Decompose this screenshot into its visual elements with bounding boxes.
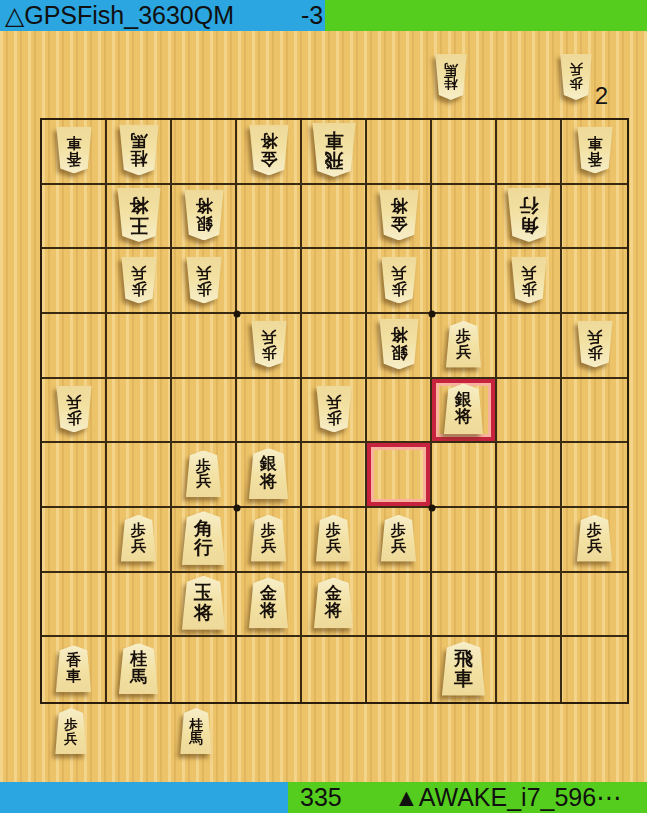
board-cell-9i[interactable]: 香車 xyxy=(42,637,107,702)
piece-tile: 桂馬 xyxy=(119,125,159,176)
board-cell-7e[interactable] xyxy=(172,379,237,444)
hoshi-star-point xyxy=(429,505,436,512)
gote-piece-角行: 角行 xyxy=(507,188,551,242)
gote-piece-歩兵: 歩兵 xyxy=(560,54,592,100)
gote-hand-歩兵[interactable]: 歩兵2 xyxy=(560,54,592,100)
piece-tile: 角行 xyxy=(507,188,551,242)
piece-tile: 飛車 xyxy=(312,123,356,177)
hoshi-star-point xyxy=(429,311,436,318)
gote-piece-香車: 香車 xyxy=(577,127,613,174)
piece-tile: 金将 xyxy=(379,189,419,240)
sente-piece-銀将: 銀将 xyxy=(444,383,484,434)
sente-piece-歩兵: 歩兵 xyxy=(121,515,157,562)
gote-hand-桂馬[interactable]: 桂馬 xyxy=(435,54,467,100)
gote-piece-歩兵: 歩兵 xyxy=(186,256,222,303)
board-cell-7b[interactable]: 銀将 xyxy=(172,185,237,250)
piece-tile: 金将 xyxy=(249,577,289,628)
board-cell-8e[interactable] xyxy=(107,379,172,444)
sente-piece-桂馬: 桂馬 xyxy=(119,643,159,694)
board-cell-9c[interactable] xyxy=(42,249,107,314)
piece-tile: 歩兵 xyxy=(511,256,547,303)
board-cell-9a[interactable]: 香車 xyxy=(42,120,107,185)
gote-piece-王将: 王将 xyxy=(117,188,161,242)
bottom-cyan-strip xyxy=(0,782,288,813)
board-cell-1h[interactable] xyxy=(562,573,627,638)
sente-hand-tray: 歩兵桂馬 xyxy=(55,708,212,754)
board-cell-7f[interactable]: 歩兵 xyxy=(172,443,237,508)
piece-tile: 歩兵 xyxy=(560,54,592,100)
gote-piece-銀将: 銀将 xyxy=(184,189,224,240)
piece-tile: 銀将 xyxy=(249,448,289,499)
piece-tile: 歩兵 xyxy=(381,256,417,303)
sente-piece-飛車: 飛車 xyxy=(442,641,486,695)
sente-piece-歩兵: 歩兵 xyxy=(251,515,287,562)
board-cell-1e[interactable] xyxy=(562,379,627,444)
piece-tile: 王将 xyxy=(117,188,161,242)
board-cell-5b[interactable] xyxy=(302,185,367,250)
gote-piece-桂馬: 桂馬 xyxy=(435,54,467,100)
board-cell-8g[interactable]: 歩兵 xyxy=(107,508,172,573)
gote-piece-歩兵: 歩兵 xyxy=(121,256,157,303)
piece-tile: 歩兵 xyxy=(577,515,613,562)
board-cell-4d[interactable]: 銀将 xyxy=(367,314,432,379)
piece-tile: 歩兵 xyxy=(55,708,87,754)
board-cell-4a[interactable] xyxy=(367,120,432,185)
board-cell-1b[interactable] xyxy=(562,185,627,250)
board-cell-1f[interactable] xyxy=(562,443,627,508)
board-cell-6f[interactable]: 銀将 xyxy=(237,443,302,508)
gote-piece-歩兵: 歩兵 xyxy=(577,321,613,368)
gote-hand-tray: 桂馬歩兵2 xyxy=(435,54,592,100)
board-cell-4f[interactable] xyxy=(367,443,432,508)
board-cell-2e[interactable] xyxy=(497,379,562,444)
board-cell-6d[interactable]: 歩兵 xyxy=(237,314,302,379)
piece-tile: 銀将 xyxy=(184,189,224,240)
shogi-board: 香車桂馬金将飛車香車王将銀将金将角行歩兵歩兵歩兵歩兵歩兵銀将歩兵歩兵歩兵歩兵銀将… xyxy=(40,118,629,704)
piece-tile: 歩兵 xyxy=(121,515,157,562)
board-cell-8a[interactable]: 桂馬 xyxy=(107,120,172,185)
board-cell-2a[interactable] xyxy=(497,120,562,185)
gote-piece-歩兵: 歩兵 xyxy=(251,321,287,368)
board-cell-5c[interactable] xyxy=(302,249,367,314)
gote-piece-歩兵: 歩兵 xyxy=(381,256,417,303)
move-number: 335 xyxy=(300,783,342,812)
board-cell-4i[interactable] xyxy=(367,637,432,702)
board-cell-5g[interactable]: 歩兵 xyxy=(302,508,367,573)
board-cell-8f[interactable] xyxy=(107,443,172,508)
gote-piece-歩兵: 歩兵 xyxy=(511,256,547,303)
sente-player-label: ▲AWAKE_i7_596⋯ xyxy=(394,783,621,812)
hand-piece-count: 2 xyxy=(595,82,608,110)
piece-tile: 歩兵 xyxy=(577,321,613,368)
gote-piece-桂馬: 桂馬 xyxy=(119,125,159,176)
piece-tile: 玉将 xyxy=(182,576,226,630)
sente-piece-金将: 金将 xyxy=(314,577,354,628)
board-cell-6e[interactable] xyxy=(237,379,302,444)
board-cell-3a[interactable] xyxy=(432,120,497,185)
piece-tile: 金将 xyxy=(314,577,354,628)
hoshi-star-point xyxy=(234,311,241,318)
board-cell-8h[interactable] xyxy=(107,573,172,638)
sente-piece-歩兵: 歩兵 xyxy=(446,321,482,368)
sente-piece-玉将: 玉将 xyxy=(182,576,226,630)
board-cell-2f[interactable] xyxy=(497,443,562,508)
board-cell-6a[interactable]: 金将 xyxy=(237,120,302,185)
gote-piece-銀将: 銀将 xyxy=(379,319,419,370)
sente-piece-歩兵: 歩兵 xyxy=(316,515,352,562)
board-cell-9h[interactable] xyxy=(42,573,107,638)
piece-tile: 桂馬 xyxy=(435,54,467,100)
sente-piece-歩兵: 歩兵 xyxy=(381,515,417,562)
gote-piece-歩兵: 歩兵 xyxy=(316,386,352,433)
bottom-status-bar: 335 ▲AWAKE_i7_596⋯ xyxy=(0,782,647,813)
board-cell-1g[interactable]: 歩兵 xyxy=(562,508,627,573)
piece-tile: 歩兵 xyxy=(381,515,417,562)
board-cell-6h[interactable]: 金将 xyxy=(237,573,302,638)
gote-piece-金将: 金将 xyxy=(249,125,289,176)
board-cell-4c[interactable]: 歩兵 xyxy=(367,249,432,314)
board-cell-7g[interactable]: 角行 xyxy=(172,508,237,573)
board-cell-7c[interactable]: 歩兵 xyxy=(172,249,237,314)
board-cell-6c[interactable] xyxy=(237,249,302,314)
piece-tile: 歩兵 xyxy=(251,515,287,562)
board-cell-5e[interactable]: 歩兵 xyxy=(302,379,367,444)
sente-piece-角行: 角行 xyxy=(182,511,226,565)
piece-tile: 歩兵 xyxy=(316,386,352,433)
board-cell-3g[interactable] xyxy=(432,508,497,573)
board-cell-5f[interactable] xyxy=(302,443,367,508)
gote-piece-金将: 金将 xyxy=(379,189,419,240)
board-cell-3c[interactable] xyxy=(432,249,497,314)
sente-hand-歩兵[interactable]: 歩兵 xyxy=(55,708,87,754)
board-cell-2b[interactable]: 角行 xyxy=(497,185,562,250)
piece-tile: 桂馬 xyxy=(180,708,212,754)
board-cell-4g[interactable]: 歩兵 xyxy=(367,508,432,573)
board-cell-2i[interactable] xyxy=(497,637,562,702)
piece-tile: 金将 xyxy=(249,125,289,176)
board-cell-8d[interactable] xyxy=(107,314,172,379)
piece-tile: 角行 xyxy=(182,511,226,565)
gote-piece-歩兵: 歩兵 xyxy=(56,386,92,433)
sente-piece-香車: 香車 xyxy=(56,645,92,692)
piece-tile: 飛車 xyxy=(442,641,486,695)
gote-piece-飛車: 飛車 xyxy=(312,123,356,177)
board-cell-1d[interactable]: 歩兵 xyxy=(562,314,627,379)
sente-piece-歩兵: 歩兵 xyxy=(577,515,613,562)
board-cell-9b[interactable] xyxy=(42,185,107,250)
board-cell-3e[interactable]: 銀将 xyxy=(432,379,497,444)
board-cell-3i[interactable]: 飛車 xyxy=(432,637,497,702)
board-cell-5i[interactable] xyxy=(302,637,367,702)
piece-tile: 歩兵 xyxy=(251,321,287,368)
board-cell-7i[interactable] xyxy=(172,637,237,702)
board-cell-5a[interactable]: 飛車 xyxy=(302,120,367,185)
board-cell-6g[interactable]: 歩兵 xyxy=(237,508,302,573)
board-cell-9g[interactable] xyxy=(42,508,107,573)
board-cell-4h[interactable] xyxy=(367,573,432,638)
board-cell-8i[interactable]: 桂馬 xyxy=(107,637,172,702)
board-cell-5d[interactable] xyxy=(302,314,367,379)
sente-piece-桂馬: 桂馬 xyxy=(180,708,212,754)
board-cell-3d[interactable]: 歩兵 xyxy=(432,314,497,379)
board-cell-4e[interactable] xyxy=(367,379,432,444)
board-cell-6b[interactable] xyxy=(237,185,302,250)
board-cell-2g[interactable] xyxy=(497,508,562,573)
piece-tile: 歩兵 xyxy=(446,321,482,368)
piece-tile: 銀将 xyxy=(379,319,419,370)
board-cell-1c[interactable] xyxy=(562,249,627,314)
piece-tile: 香車 xyxy=(577,127,613,174)
top-status-bar: △GPSFish_3630QM -3 xyxy=(0,0,647,31)
sente-piece-歩兵: 歩兵 xyxy=(186,450,222,497)
board-cell-8c[interactable]: 歩兵 xyxy=(107,249,172,314)
board-cell-7a[interactable] xyxy=(172,120,237,185)
board-cell-1a[interactable]: 香車 xyxy=(562,120,627,185)
board-cell-2c[interactable]: 歩兵 xyxy=(497,249,562,314)
board-cell-5h[interactable]: 金将 xyxy=(302,573,367,638)
sente-piece-銀将: 銀将 xyxy=(249,448,289,499)
piece-tile: 香車 xyxy=(56,645,92,692)
top-green-strip xyxy=(325,0,647,31)
piece-tile: 香車 xyxy=(56,127,92,174)
piece-tile: 歩兵 xyxy=(186,256,222,303)
gote-player-label: △GPSFish_3630QM xyxy=(5,1,234,30)
board-cell-8b[interactable]: 王将 xyxy=(107,185,172,250)
piece-tile: 歩兵 xyxy=(56,386,92,433)
board-cell-3b[interactable] xyxy=(432,185,497,250)
board-cell-3f[interactable] xyxy=(432,443,497,508)
hoshi-star-point xyxy=(234,505,241,512)
piece-tile: 銀将 xyxy=(444,383,484,434)
piece-tile: 歩兵 xyxy=(121,256,157,303)
gote-eval-score: -3 xyxy=(301,1,323,30)
sente-piece-歩兵: 歩兵 xyxy=(55,708,87,754)
board-cell-1i[interactable] xyxy=(562,637,627,702)
board-cell-9d[interactable] xyxy=(42,314,107,379)
piece-tile: 歩兵 xyxy=(316,515,352,562)
piece-tile: 歩兵 xyxy=(186,450,222,497)
board-cell-2d[interactable] xyxy=(497,314,562,379)
board-cell-6i[interactable] xyxy=(237,637,302,702)
board-cell-7h[interactable]: 玉将 xyxy=(172,573,237,638)
board-cell-3h[interactable] xyxy=(432,573,497,638)
board-cell-2h[interactable] xyxy=(497,573,562,638)
sente-hand-桂馬[interactable]: 桂馬 xyxy=(180,708,212,754)
sente-piece-金将: 金将 xyxy=(249,577,289,628)
board-cell-9e[interactable]: 歩兵 xyxy=(42,379,107,444)
board-cell-4b[interactable]: 金将 xyxy=(367,185,432,250)
piece-tile: 桂馬 xyxy=(119,643,159,694)
gote-piece-香車: 香車 xyxy=(56,127,92,174)
board-cell-9f[interactable] xyxy=(42,443,107,508)
board-cell-7d[interactable] xyxy=(172,314,237,379)
